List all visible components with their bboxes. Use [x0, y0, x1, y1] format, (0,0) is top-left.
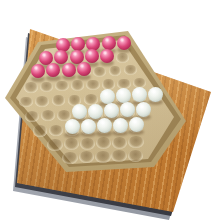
red-marble[interactable]: [117, 36, 131, 50]
white-marble[interactable]: [116, 88, 131, 103]
white-marble[interactable]: [148, 87, 163, 102]
red-marble[interactable]: [102, 36, 116, 50]
marble-layer: [0, 0, 222, 222]
white-marble[interactable]: [100, 89, 115, 104]
white-marble[interactable]: [113, 118, 128, 133]
red-marble[interactable]: [85, 49, 99, 63]
white-marble[interactable]: [88, 104, 103, 119]
red-marble[interactable]: [31, 64, 45, 78]
red-marble[interactable]: [62, 63, 76, 77]
white-marble[interactable]: [129, 117, 144, 132]
abalone-board-photo: [0, 0, 222, 222]
white-marble[interactable]: [104, 103, 119, 118]
white-marble[interactable]: [81, 119, 96, 134]
white-marble[interactable]: [65, 119, 80, 134]
red-marble[interactable]: [100, 49, 114, 63]
white-marble[interactable]: [97, 118, 112, 133]
white-marble[interactable]: [136, 102, 151, 117]
